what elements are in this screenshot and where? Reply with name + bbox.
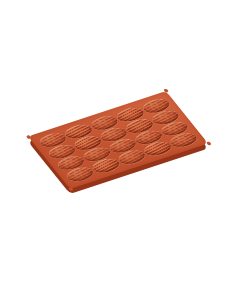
product-photo <box>0 0 236 305</box>
